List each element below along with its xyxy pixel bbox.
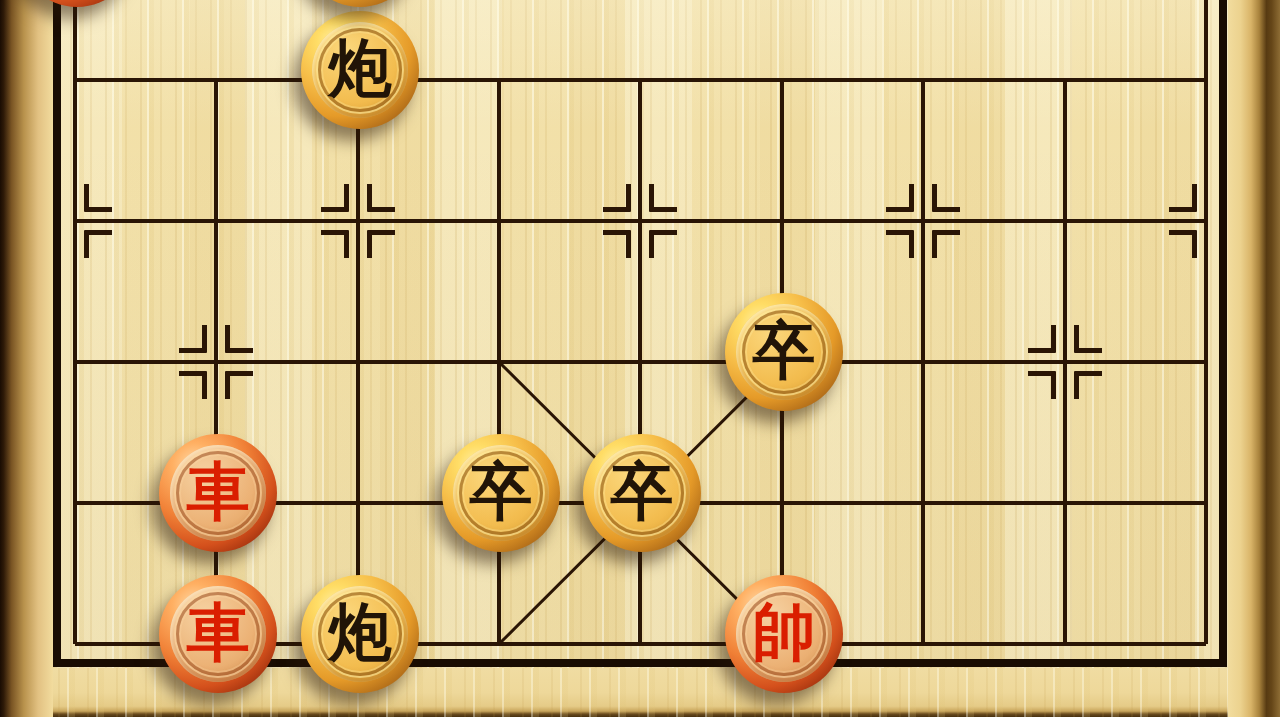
piece-glyph: 卒: [611, 460, 674, 523]
piece-glyph: 炮: [329, 37, 392, 100]
black-pawn-file6-rank8[interactable]: 卒: [725, 293, 843, 411]
piece-glyph: 車: [187, 601, 250, 664]
piece-glyph: 帥: [753, 601, 816, 664]
xiangqi-board-screen: 炮卒車卒卒車炮帥: [0, 0, 1280, 717]
piece-glyph: 卒: [753, 319, 816, 382]
red-chariot-file2-rank9[interactable]: 車: [159, 434, 277, 552]
red-general-file6-rank10[interactable]: 帥: [725, 575, 843, 693]
black-pawn-file4-rank9[interactable]: 卒: [442, 434, 560, 552]
red-chariot-file2-rank10[interactable]: 車: [159, 575, 277, 693]
black-pawn-file5-rank9[interactable]: 卒: [583, 434, 701, 552]
piece-glyph: 炮: [329, 601, 392, 664]
piece-glyph: 車: [187, 460, 250, 523]
black-cannon-file3-rank6[interactable]: 炮: [301, 11, 419, 129]
black-cannon-file3-rank10[interactable]: 炮: [301, 575, 419, 693]
piece-glyph: 卒: [470, 460, 533, 523]
